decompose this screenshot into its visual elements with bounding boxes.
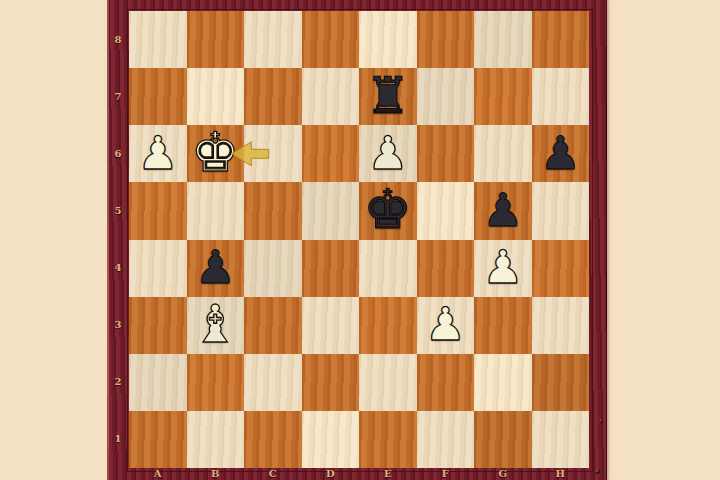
square-f3[interactable]: ♟ <box>417 297 475 354</box>
white-pawn: ♟ <box>137 130 178 176</box>
square-g2[interactable] <box>474 354 532 411</box>
square-a7[interactable] <box>129 68 187 125</box>
square-a5[interactable] <box>129 182 187 239</box>
square-f6[interactable] <box>417 125 475 182</box>
square-a4[interactable] <box>129 240 187 297</box>
square-d3[interactable] <box>302 297 360 354</box>
square-f7[interactable] <box>417 68 475 125</box>
white-pawn: ♟ <box>367 130 408 176</box>
square-f8[interactable] <box>417 11 475 68</box>
square-h1[interactable] <box>532 411 590 468</box>
square-e7[interactable]: ♜ <box>359 68 417 125</box>
white-pawn: ♟ <box>425 301 466 347</box>
square-g1[interactable] <box>474 411 532 468</box>
square-b3[interactable]: ♝ <box>187 297 245 354</box>
square-b7[interactable] <box>187 68 245 125</box>
square-d1[interactable] <box>302 411 360 468</box>
black-rook: ♜ <box>365 71 410 121</box>
square-f2[interactable] <box>417 354 475 411</box>
square-a3[interactable] <box>129 297 187 354</box>
square-f5[interactable] <box>417 182 475 239</box>
square-g7[interactable] <box>474 68 532 125</box>
square-c1[interactable] <box>244 411 302 468</box>
square-a8[interactable] <box>129 11 187 68</box>
square-b2[interactable] <box>187 354 245 411</box>
square-h2[interactable] <box>532 354 590 411</box>
square-d7[interactable] <box>302 68 360 125</box>
square-e5[interactable]: ♚ <box>359 182 417 239</box>
square-e8[interactable] <box>359 11 417 68</box>
square-b6[interactable]: ♚ <box>187 125 245 182</box>
square-h6[interactable]: ♟ <box>532 125 590 182</box>
square-f4[interactable] <box>417 240 475 297</box>
square-d6[interactable] <box>302 125 360 182</box>
white-bishop: ♝ <box>192 298 239 350</box>
square-e4[interactable] <box>359 240 417 297</box>
square-b5[interactable] <box>187 182 245 239</box>
square-a6[interactable]: ♟ <box>129 125 187 182</box>
square-h3[interactable] <box>532 297 590 354</box>
square-h8[interactable] <box>532 11 590 68</box>
square-d8[interactable] <box>302 11 360 68</box>
square-d5[interactable] <box>302 182 360 239</box>
square-b8[interactable] <box>187 11 245 68</box>
black-pawn: ♟ <box>540 130 581 176</box>
square-a2[interactable] <box>129 354 187 411</box>
square-a1[interactable] <box>129 411 187 468</box>
square-c8[interactable] <box>244 11 302 68</box>
square-g8[interactable] <box>474 11 532 68</box>
frame-screw-icon <box>599 419 603 423</box>
square-b1[interactable] <box>187 411 245 468</box>
square-d4[interactable] <box>302 240 360 297</box>
square-c4[interactable] <box>244 240 302 297</box>
square-h5[interactable] <box>532 182 590 239</box>
white-king: ♚ <box>191 126 239 180</box>
square-e6[interactable]: ♟ <box>359 125 417 182</box>
square-e2[interactable] <box>359 354 417 411</box>
chess-diagram: ♜♟♚♟♟♚♟♟♟♝♟ 87654321 ABCDEFGH <box>0 0 720 480</box>
square-c2[interactable] <box>244 354 302 411</box>
square-c6[interactable] <box>244 125 302 182</box>
square-h7[interactable] <box>532 68 590 125</box>
square-e3[interactable] <box>359 297 417 354</box>
square-g6[interactable] <box>474 125 532 182</box>
square-g3[interactable] <box>474 297 532 354</box>
square-b4[interactable]: ♟ <box>187 240 245 297</box>
square-e1[interactable] <box>359 411 417 468</box>
square-c5[interactable] <box>244 182 302 239</box>
white-pawn: ♟ <box>482 244 523 290</box>
black-king: ♚ <box>364 183 412 237</box>
square-c3[interactable] <box>244 297 302 354</box>
black-pawn: ♟ <box>482 187 523 233</box>
square-f1[interactable] <box>417 411 475 468</box>
square-c7[interactable] <box>244 68 302 125</box>
square-d2[interactable] <box>302 354 360 411</box>
chess-board: ♜♟♚♟♟♚♟♟♟♝♟ <box>129 11 589 468</box>
square-g5[interactable]: ♟ <box>474 182 532 239</box>
square-h4[interactable] <box>532 240 590 297</box>
frame-screw-icon <box>595 469 600 474</box>
black-pawn: ♟ <box>195 244 236 290</box>
square-g4[interactable]: ♟ <box>474 240 532 297</box>
